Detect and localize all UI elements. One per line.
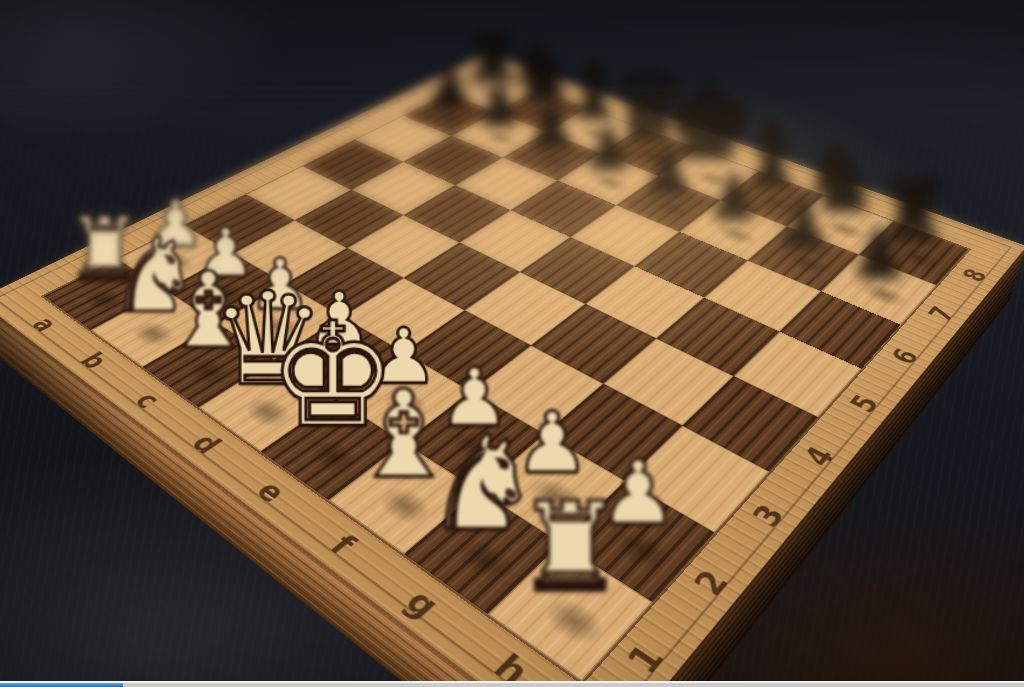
black-pawn-glyph: ♟ xyxy=(582,120,634,178)
chess-board: ♜♞♝♛♚♝♞♜♟♟♟♟♟♟♟♟♟♟♟♟♟♟♟♟♜♞♝♛♚♝♞♜ abcdefg… xyxy=(0,53,1024,687)
white-rook-glyph: ♜ xyxy=(515,485,625,608)
board-squares-grid: ♜♞♝♛♚♝♞♜♟♟♟♟♟♟♟♟♟♟♟♟♟♟♟♟♜♞♝♛♚♝♞♜ xyxy=(44,72,969,681)
black-pawn-glyph: ♟ xyxy=(475,80,524,134)
black-pawn-glyph: ♟ xyxy=(426,61,473,114)
black-pawn-glyph: ♟ xyxy=(849,221,909,288)
video-seek-bar[interactable] xyxy=(0,681,1024,687)
chess-photo-frame: ♜♞♝♛♚♝♞♜♟♟♟♟♟♟♟♟♟♟♟♟♟♟♟♟♜♞♝♛♚♝♞♜ abcdefg… xyxy=(0,0,1024,687)
board-top-face: ♜♞♝♛♚♝♞♜♟♟♟♟♟♟♟♟♟♟♟♟♟♟♟♟♜♞♝♛♚♝♞♜ abcdefg… xyxy=(0,53,1024,687)
black-pawn-glyph: ♟ xyxy=(706,167,762,229)
black-pawn-glyph: ♟ xyxy=(774,193,832,258)
video-progress-fill xyxy=(0,683,123,687)
black-pawn-glyph: ♟ xyxy=(527,99,577,155)
perspective-stage: ♜♞♝♛♚♝♞♜♟♟♟♟♟♟♟♟♟♟♟♟♟♟♟♟♜♞♝♛♚♝♞♜ abcdefg… xyxy=(0,0,1024,687)
black-pawn-glyph: ♟ xyxy=(642,143,696,203)
square-h7: ♟ xyxy=(821,255,936,325)
